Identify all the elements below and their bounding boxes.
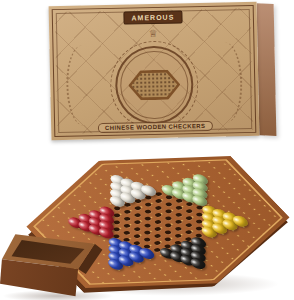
board-cell bbox=[233, 217, 248, 226]
star-row bbox=[190, 259, 205, 268]
brand-label: AMEROUS bbox=[131, 14, 174, 22]
board-cell bbox=[190, 259, 205, 268]
crown-icon: ♕ bbox=[149, 29, 158, 39]
product-photo-root: AMEROUS ♕ CHINESE WOODEN CHECKERS bbox=[0, 0, 294, 300]
amerous-badge: AMEROUS bbox=[123, 10, 182, 24]
storage-drawer bbox=[0, 226, 128, 300]
